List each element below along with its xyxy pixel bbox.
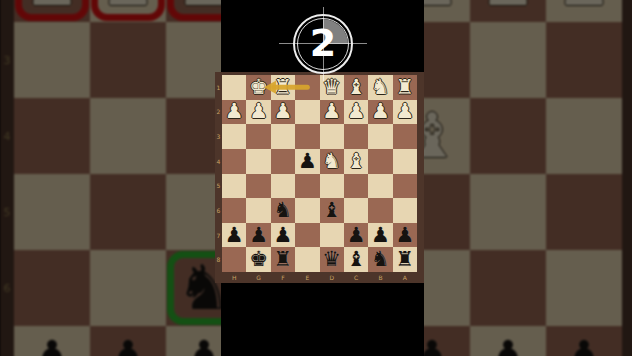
square-f1[interactable]: ♜ [271,75,295,100]
square-c3[interactable] [344,124,368,149]
square-c6[interactable] [344,198,368,223]
rank-label: 7 [215,223,222,248]
black-piece-n: ♞ [371,249,390,270]
black-piece-r: ♜ [274,249,293,270]
square-f8[interactable]: ♜ [271,247,295,272]
rank-label: 8 [215,247,222,272]
file-label: B [368,272,392,283]
square-c7[interactable]: ♟ [344,223,368,248]
rank-label: 2 [215,100,222,125]
file-labels: HGFEDCBA [222,272,417,283]
file-label: A [393,272,417,283]
rank-label: 3 [215,124,222,149]
rank-label: 4 [215,149,222,174]
rank-label: 6 [215,198,222,223]
square-e4[interactable]: ♟ [295,149,319,174]
chessboard: ♚♜♛♝♞♜♟♟♟♟♟♟♟♟♞♝♞♝♟♟♟♟♟♟♚♜♛♝♞♜ 12345678 … [215,72,424,283]
square-h8[interactable] [222,247,246,272]
square-f4[interactable] [271,149,295,174]
square-b2[interactable]: ♟ [368,100,392,125]
black-piece-q: ♛ [322,249,341,270]
black-piece-k: ♚ [249,249,268,270]
white-piece-b: ♝ [347,151,366,172]
white-piece-q: ♛ [322,77,341,98]
green-highlight [295,149,319,174]
green-highlight [320,198,344,223]
square-a1[interactable]: ♜ [393,75,417,100]
file-label: C [344,272,368,283]
square-h5[interactable] [222,174,246,199]
white-piece-p: ♟ [347,101,366,122]
square-e7[interactable] [295,223,319,248]
square-g2[interactable]: ♟ [246,100,270,125]
square-b3[interactable] [368,124,392,149]
square-a3[interactable] [393,124,417,149]
square-f5[interactable] [271,174,295,199]
square-f3[interactable] [271,124,295,149]
square-a7[interactable]: ♟ [393,223,417,248]
black-piece-p: ♟ [395,225,414,246]
rank-label: 1 [215,75,222,100]
red-highlight [271,100,295,125]
black-piece-p: ♟ [347,225,366,246]
white-piece-p: ♟ [395,101,414,122]
file-label: H [222,272,246,283]
square-e1[interactable] [295,75,319,100]
square-a6[interactable] [393,198,417,223]
black-piece-r: ♜ [395,249,414,270]
square-d7[interactable] [320,223,344,248]
countdown-number: 2 [293,14,353,74]
green-highlight [271,198,295,223]
square-e2[interactable] [295,100,319,125]
board-grid: ♚♜♛♝♞♜♟♟♟♟♟♟♟♟♞♝♞♝♟♟♟♟♟♟♚♜♛♝♞♜ [222,75,417,272]
rank-labels: 12345678 [215,75,222,272]
square-b5[interactable] [368,174,392,199]
square-d2[interactable]: ♟ [320,100,344,125]
video-frame: ♚♜♛♝♞♜♟♟♟♟♟♟♟♟♞♝♞♝♟♟♟♟♟♟♚♜♛♝♞♜ 12345678 … [0,0,632,356]
square-c4[interactable]: ♝ [344,149,368,174]
square-e5[interactable] [295,174,319,199]
center-column: 2 ♚♜♛♝♞♜♟♟♟♟♟♟♟♟♞♝♞♝♟♟♟♟♟♟♚♜♛♝♞♜ 1234567… [215,0,424,356]
square-d6[interactable]: ♝ [320,198,344,223]
white-piece-p: ♟ [322,101,341,122]
square-g4[interactable] [246,149,270,174]
red-highlight [271,75,295,100]
square-g8[interactable]: ♚ [246,247,270,272]
file-label: E [295,272,319,283]
square-g1[interactable]: ♚ [246,75,270,100]
square-g3[interactable] [246,124,270,149]
square-d3[interactable] [320,124,344,149]
square-d4[interactable]: ♞ [320,149,344,174]
white-piece-b: ♝ [347,77,366,98]
square-g7[interactable]: ♟ [246,223,270,248]
black-piece-p: ♟ [274,225,293,246]
square-h3[interactable] [222,124,246,149]
square-e3[interactable] [295,124,319,149]
red-highlight [246,75,270,100]
square-b8[interactable]: ♞ [368,247,392,272]
square-h4[interactable] [222,149,246,174]
square-b7[interactable]: ♟ [368,223,392,248]
green-highlight [344,247,368,272]
square-a2[interactable]: ♟ [393,100,417,125]
square-h7[interactable]: ♟ [222,223,246,248]
square-b4[interactable] [368,149,392,174]
square-c8[interactable]: ♝ [344,247,368,272]
rank-label: 5 [215,174,222,199]
black-piece-p: ♟ [371,225,390,246]
bottom-black-panel [221,283,424,356]
white-piece-r: ♜ [395,77,414,98]
square-g5[interactable] [246,174,270,199]
red-highlight [246,100,270,125]
square-a8[interactable]: ♜ [393,247,417,272]
square-d8[interactable]: ♛ [320,247,344,272]
file-label: D [320,272,344,283]
square-f6[interactable]: ♞ [271,198,295,223]
square-a4[interactable] [393,149,417,174]
square-e6[interactable] [295,198,319,223]
square-c5[interactable] [344,174,368,199]
square-c2[interactable]: ♟ [344,100,368,125]
square-f7[interactable]: ♟ [271,223,295,248]
countdown-timer: 2 [293,14,353,74]
file-label: F [271,272,295,283]
square-g6[interactable] [246,198,270,223]
square-b6[interactable] [368,198,392,223]
square-c1[interactable]: ♝ [344,75,368,100]
black-piece-p: ♟ [225,225,244,246]
file-label: G [246,272,270,283]
square-e8[interactable] [295,247,319,272]
square-d5[interactable] [320,174,344,199]
black-piece-p: ♟ [249,225,268,246]
square-h6[interactable] [222,198,246,223]
red-highlight [222,100,246,125]
square-f2[interactable]: ♟ [271,100,295,125]
white-piece-p: ♟ [371,101,390,122]
white-piece-n: ♞ [322,151,341,172]
square-h1[interactable] [222,75,246,100]
square-h2[interactable]: ♟ [222,100,246,125]
square-a5[interactable] [393,174,417,199]
square-b1[interactable]: ♞ [368,75,392,100]
white-piece-n: ♞ [371,77,390,98]
